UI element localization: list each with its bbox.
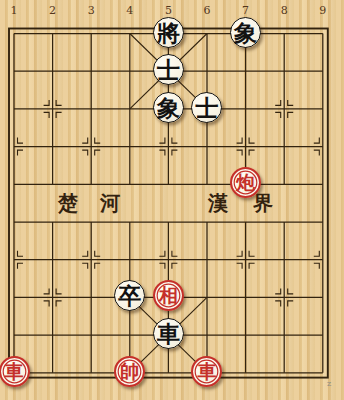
piece-red-cannon[interactable]: 炮 <box>230 167 261 198</box>
xiangqi-app: 123456789 楚河漢界 將象士象士炮卒相車車帥車 z <box>0 0 344 400</box>
piece-black-soldier[interactable]: 卒 <box>114 280 145 311</box>
watermark: z <box>327 379 331 388</box>
piece-black-chariot[interactable]: 車 <box>153 318 184 349</box>
pieces-layer: 將象士象士炮卒相車車帥車 <box>0 13 342 390</box>
piece-black-advisor[interactable]: 士 <box>153 54 184 85</box>
piece-red-elephant[interactable]: 相 <box>153 280 184 311</box>
piece-black-advisor[interactable]: 士 <box>191 92 222 123</box>
piece-black-elephant[interactable]: 象 <box>230 17 261 48</box>
piece-red-chariot[interactable]: 車 <box>191 356 222 387</box>
piece-red-general[interactable]: 帥 <box>114 356 145 387</box>
piece-black-general[interactable]: 將 <box>153 17 184 48</box>
piece-black-elephant[interactable]: 象 <box>153 92 184 123</box>
piece-red-chariot[interactable]: 車 <box>0 356 30 387</box>
